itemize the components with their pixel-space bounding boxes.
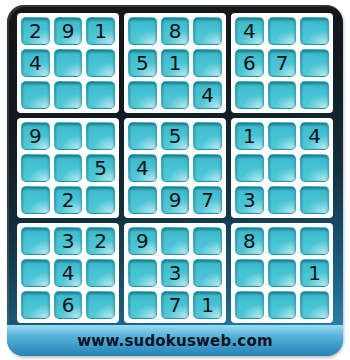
sudoku-cell-r1c9[interactable] (300, 17, 329, 45)
sudoku-cell-r6c1[interactable] (21, 186, 50, 214)
sudoku-cell-r1c8[interactable] (268, 17, 297, 45)
sudoku-cell-r7c6[interactable] (193, 227, 222, 255)
sudoku-cell-r9c4[interactable] (128, 291, 157, 319)
sudoku-cell-r9c7[interactable] (235, 291, 264, 319)
sudoku-cell-r2c7[interactable]: 6 (235, 49, 264, 77)
sudoku-cell-r2c9[interactable] (300, 49, 329, 77)
sudoku-cell-r4c2[interactable] (54, 122, 83, 150)
sudoku-cell-r4c3[interactable] (86, 122, 115, 150)
sudoku-cell-r6c9[interactable] (300, 186, 329, 214)
sudoku-cell-r9c2[interactable]: 6 (54, 291, 83, 319)
sudoku-cell-r7c3[interactable]: 2 (86, 227, 115, 255)
sudoku-cell-r3c4[interactable] (128, 81, 157, 109)
sudoku-cell-r3c3[interactable] (86, 81, 115, 109)
sudoku-cell-r1c7[interactable]: 4 (235, 17, 264, 45)
sudoku-cell-r4c1[interactable]: 9 (21, 122, 50, 150)
sudoku-cell-r7c2[interactable]: 3 (54, 227, 83, 255)
sudoku-cell-r8c5[interactable]: 3 (161, 259, 190, 287)
puzzle-frame: 2914851446795254971433246937181 www.sudo… (7, 5, 343, 356)
sudoku-board: 2914851446795254971433246937181 (17, 13, 333, 323)
footer-bar: www.sudokusweb.com (7, 325, 343, 356)
sudoku-cell-r1c3[interactable]: 1 (86, 17, 115, 45)
sudoku-cell-r5c3[interactable]: 5 (86, 154, 115, 182)
sudoku-cell-r5c9[interactable] (300, 154, 329, 182)
sudoku-box-0-0: 2914 (17, 13, 119, 113)
sudoku-cell-r7c9[interactable] (300, 227, 329, 255)
sudoku-cell-r1c2[interactable]: 9 (54, 17, 83, 45)
sudoku-box-0-2: 467 (231, 13, 333, 113)
sudoku-cell-r3c1[interactable] (21, 81, 50, 109)
sudoku-cell-r4c9[interactable]: 4 (300, 122, 329, 150)
sudoku-cell-r4c7[interactable]: 1 (235, 122, 264, 150)
sudoku-box-1-1: 5497 (124, 118, 226, 218)
sudoku-cell-r3c8[interactable] (268, 81, 297, 109)
sudoku-cell-r3c5[interactable] (161, 81, 190, 109)
sudoku-cell-r5c1[interactable] (21, 154, 50, 182)
sudoku-cell-r5c4[interactable]: 4 (128, 154, 157, 182)
sudoku-cell-r4c4[interactable] (128, 122, 157, 150)
sudoku-cell-r8c9[interactable]: 1 (300, 259, 329, 287)
sudoku-cell-r2c6[interactable] (193, 49, 222, 77)
sudoku-cell-r2c3[interactable] (86, 49, 115, 77)
sudoku-cell-r3c9[interactable] (300, 81, 329, 109)
sudoku-cell-r7c4[interactable]: 9 (128, 227, 157, 255)
sudoku-cell-r9c5[interactable]: 7 (161, 291, 190, 319)
sudoku-cell-r5c2[interactable] (54, 154, 83, 182)
sudoku-cell-r6c4[interactable] (128, 186, 157, 214)
sudoku-cell-r7c1[interactable] (21, 227, 50, 255)
sudoku-box-0-1: 8514 (124, 13, 226, 113)
sudoku-cell-r9c9[interactable] (300, 291, 329, 319)
sudoku-cell-r3c2[interactable] (54, 81, 83, 109)
sudoku-cell-r6c2[interactable]: 2 (54, 186, 83, 214)
sudoku-cell-r1c6[interactable] (193, 17, 222, 45)
sudoku-cell-r1c1[interactable]: 2 (21, 17, 50, 45)
sudoku-cell-r6c3[interactable] (86, 186, 115, 214)
sudoku-box-1-2: 143 (231, 118, 333, 218)
sudoku-cell-r2c8[interactable]: 7 (268, 49, 297, 77)
sudoku-cell-r5c6[interactable] (193, 154, 222, 182)
sudoku-cell-r7c5[interactable] (161, 227, 190, 255)
sudoku-cell-r6c7[interactable]: 3 (235, 186, 264, 214)
sudoku-cell-r4c6[interactable] (193, 122, 222, 150)
sudoku-cell-r8c3[interactable] (86, 259, 115, 287)
sudoku-box-2-2: 81 (231, 223, 333, 323)
sudoku-cell-r2c2[interactable] (54, 49, 83, 77)
sudoku-cell-r4c5[interactable]: 5 (161, 122, 190, 150)
sudoku-cell-r9c1[interactable] (21, 291, 50, 319)
sudoku-cell-r9c6[interactable]: 1 (193, 291, 222, 319)
sudoku-cell-r8c2[interactable]: 4 (54, 259, 83, 287)
site-url: www.sudokusweb.com (77, 332, 272, 350)
sudoku-cell-r5c8[interactable] (268, 154, 297, 182)
sudoku-cell-r1c4[interactable] (128, 17, 157, 45)
sudoku-box-2-1: 9371 (124, 223, 226, 323)
sudoku-cell-r3c7[interactable] (235, 81, 264, 109)
sudoku-cell-r9c3[interactable] (86, 291, 115, 319)
sudoku-box-1-0: 952 (17, 118, 119, 218)
sudoku-cell-r4c8[interactable] (268, 122, 297, 150)
sudoku-cell-r8c8[interactable] (268, 259, 297, 287)
sudoku-cell-r8c6[interactable] (193, 259, 222, 287)
sudoku-cell-r3c6[interactable]: 4 (193, 81, 222, 109)
sudoku-cell-r6c5[interactable]: 9 (161, 186, 190, 214)
sudoku-box-2-0: 3246 (17, 223, 119, 323)
sudoku-cell-r7c7[interactable]: 8 (235, 227, 264, 255)
sudoku-cell-r2c4[interactable]: 5 (128, 49, 157, 77)
sudoku-cell-r5c7[interactable] (235, 154, 264, 182)
sudoku-cell-r8c1[interactable] (21, 259, 50, 287)
sudoku-cell-r8c4[interactable] (128, 259, 157, 287)
sudoku-cell-r5c5[interactable] (161, 154, 190, 182)
sudoku-cell-r1c5[interactable]: 8 (161, 17, 190, 45)
sudoku-cell-r2c1[interactable]: 4 (21, 49, 50, 77)
sudoku-cell-r6c8[interactable] (268, 186, 297, 214)
sudoku-cell-r2c5[interactable]: 1 (161, 49, 190, 77)
sudoku-cell-r8c7[interactable] (235, 259, 264, 287)
sudoku-cell-r9c8[interactable] (268, 291, 297, 319)
sudoku-cell-r7c8[interactable] (268, 227, 297, 255)
sudoku-cell-r6c6[interactable]: 7 (193, 186, 222, 214)
